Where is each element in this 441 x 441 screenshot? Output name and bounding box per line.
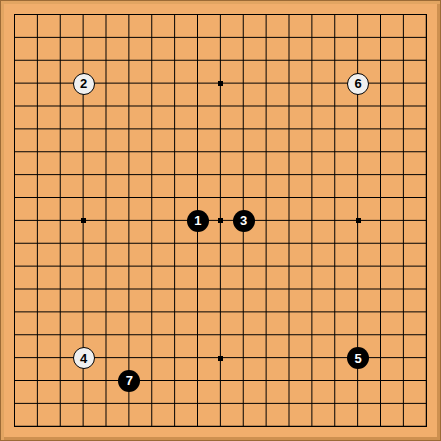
board-grid: 1234567 xyxy=(4,4,439,439)
star-point xyxy=(81,218,86,223)
stone-black-7: 7 xyxy=(118,370,140,392)
stone-black-5: 5 xyxy=(347,347,369,369)
star-point xyxy=(218,356,223,361)
stone-black-3: 3 xyxy=(233,210,255,232)
stone-white-4: 4 xyxy=(73,347,95,369)
go-board: 1234567 xyxy=(0,0,441,441)
star-point xyxy=(218,218,223,223)
stone-black-1: 1 xyxy=(187,210,209,232)
star-point xyxy=(356,218,361,223)
star-point xyxy=(218,81,223,86)
stone-white-6: 6 xyxy=(347,73,369,95)
stone-white-2: 2 xyxy=(73,73,95,95)
